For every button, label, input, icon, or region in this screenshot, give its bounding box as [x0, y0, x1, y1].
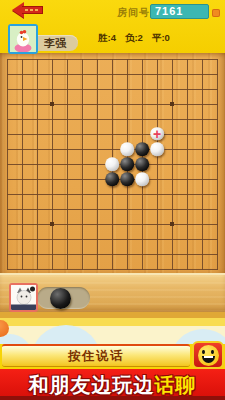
- star-point: [170, 102, 174, 106]
- star-point: [170, 222, 174, 226]
- rooster-avatar-image: [10, 26, 36, 52]
- star-point: [50, 102, 54, 106]
- white-stone: [105, 157, 119, 171]
- room-tag-icon[interactable]: [212, 9, 220, 17]
- clouds-decor: [0, 318, 225, 344]
- black-stone: [105, 172, 119, 186]
- banner-base-strip: [0, 396, 225, 400]
- app-root: 房间号 7161 李强 胜:4 负:2 平:0 +: [0, 0, 225, 400]
- stat-wins: 胜:4: [98, 32, 116, 45]
- hold-to-talk-label: 按住说话: [68, 348, 124, 365]
- last-move-marker: +: [150, 127, 164, 141]
- player-bottom-avatar[interactable]: [9, 283, 38, 312]
- white-stone: [120, 142, 134, 156]
- player-name: 李强: [34, 35, 78, 51]
- back-button[interactable]: [12, 2, 43, 18]
- player-top-avatar[interactable]: [8, 24, 38, 54]
- hold-to-talk-button[interactable]: 按住说话: [2, 344, 190, 367]
- black-stone: [135, 157, 149, 171]
- white-stone: +: [150, 127, 164, 141]
- banner-text-main: 和朋友边玩边: [29, 375, 155, 395]
- black-stone: [135, 142, 149, 156]
- player-stats: 胜:4 负:2 平:0: [98, 32, 170, 45]
- black-stone: [120, 157, 134, 171]
- black-stone: [120, 172, 134, 186]
- room-number-value: 7161: [150, 4, 209, 19]
- white-stone: [135, 172, 149, 186]
- star-point: [50, 222, 54, 226]
- emoji-button[interactable]: [192, 341, 224, 369]
- white-stone: [150, 142, 164, 156]
- banner-text-accent: 话聊: [155, 375, 197, 395]
- stat-draws: 平:0: [152, 32, 170, 45]
- player-name-plate: 李强: [34, 35, 78, 51]
- stat-losses: 负:2: [125, 32, 143, 45]
- turn-stone-black: [50, 288, 71, 309]
- board-grid[interactable]: +: [7, 59, 218, 271]
- game-board[interactable]: +: [0, 53, 225, 273]
- room-number-label: 房间号: [117, 6, 150, 20]
- smiley-icon: [198, 345, 219, 366]
- cloud-icon: [31, 325, 101, 344]
- stone-tray: [37, 287, 90, 309]
- cat-avatar-image: [11, 285, 36, 310]
